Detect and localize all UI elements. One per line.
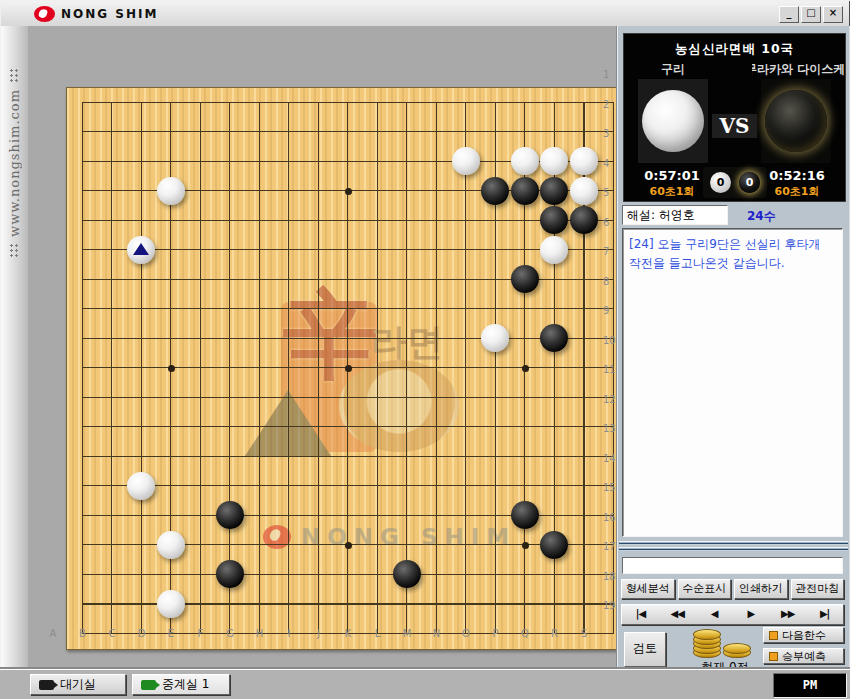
column-label: C xyxy=(100,628,124,639)
black-stone-R5 xyxy=(570,206,598,234)
side-button-2[interactable]: 승부예측 xyxy=(763,648,844,664)
column-label: I xyxy=(277,628,301,639)
board-grid[interactable] xyxy=(82,102,614,634)
white-stone-C14 xyxy=(127,472,155,500)
orange-bullet-icon xyxy=(769,631,778,640)
board-area: 辛 라면 NONG SHIM ABCDEFGHIJKLMNOPQRS 12345… xyxy=(28,26,616,669)
nav-button-6[interactable]: ▶| xyxy=(806,605,843,624)
star-point xyxy=(345,188,352,195)
black-stone-photo xyxy=(761,79,831,163)
white-counter-stone: 0 xyxy=(710,172,731,193)
column-label: Q xyxy=(513,628,537,639)
black-stone-F17 xyxy=(216,560,244,588)
room-tab-2[interactable]: 중계실 1 xyxy=(132,674,230,695)
column-label: G xyxy=(218,628,242,639)
status-bar: 대기실중계실 1 PM 3:15:09 xyxy=(0,669,850,699)
right-panel: 농심신라면배 10국 구리 무라카와 다이스케 VS 0:57:01 0:52:… xyxy=(616,26,850,669)
black-stone-P7 xyxy=(511,265,539,293)
column-label: N xyxy=(425,628,449,639)
scoreboard: 농심신라면배 10국 구리 무라카와 다이스케 VS 0:57:01 0:52:… xyxy=(623,33,846,202)
title-bar: NONG SHIM _ □ × xyxy=(1,1,849,27)
column-label: P xyxy=(484,628,508,639)
capture-counter-strip: 0 0 xyxy=(703,167,767,198)
white-player-name: 구리 xyxy=(638,61,708,78)
column-label: S xyxy=(572,628,596,639)
column-label: F xyxy=(189,628,213,639)
nav-button-3[interactable]: ◀ xyxy=(696,605,733,624)
grip-icon xyxy=(9,68,20,83)
column-label: D xyxy=(130,628,154,639)
black-player-name: 무라카와 다이스케 xyxy=(752,61,844,78)
nav-button-1[interactable]: |◀ xyxy=(622,605,659,624)
action-button-1[interactable]: 형세분석 xyxy=(621,579,675,599)
review-button[interactable]: 검토 xyxy=(624,632,666,667)
grip-icon xyxy=(9,243,20,258)
nav-button-4[interactable]: ▶ xyxy=(732,605,769,624)
white-stone-C6 xyxy=(127,236,155,264)
white-stone-D18 xyxy=(157,590,185,618)
black-stone-Q5 xyxy=(540,206,568,234)
black-stone-Q9 xyxy=(540,324,568,352)
column-label: L xyxy=(366,628,390,639)
last-move-marker-icon xyxy=(133,243,149,255)
divider xyxy=(619,541,848,545)
black-sphere-icon xyxy=(765,90,827,152)
sidebar-url-text: www.nongshim.com xyxy=(7,89,22,237)
camera-icon xyxy=(39,680,54,690)
white-stone-D4 xyxy=(157,177,185,205)
column-label: J xyxy=(307,628,331,639)
maximize-button[interactable]: □ xyxy=(801,6,821,23)
coin-icon xyxy=(723,643,751,654)
divider xyxy=(619,547,848,551)
coins-icon xyxy=(693,627,757,657)
event-title: 농심신라면배 10국 xyxy=(624,41,845,58)
close-button[interactable]: × xyxy=(823,6,843,23)
commentary-textarea[interactable]: [24] 오늘 구리9단은 선실리 후타개 작전을 들고나온것 같습니다. xyxy=(622,228,843,537)
white-stone-N3 xyxy=(452,147,480,175)
orange-bullet-icon xyxy=(769,652,778,661)
black-stone-O4 xyxy=(481,177,509,205)
minimize-button[interactable]: _ xyxy=(779,6,799,23)
nav-button-2[interactable]: ◀◀ xyxy=(659,605,696,624)
nongshim-logo-icon xyxy=(34,6,55,22)
column-label: B xyxy=(71,628,95,639)
column-label: E xyxy=(159,628,183,639)
commentator-field[interactable]: 해설: 허영호 xyxy=(622,205,728,225)
action-button-2[interactable]: 수순표시 xyxy=(678,579,732,599)
white-stone-Q6 xyxy=(540,236,568,264)
left-sidebar: www.nongshim.com xyxy=(1,26,29,669)
chat-input[interactable] xyxy=(622,557,843,574)
go-broadcast-window: { "game": "go", "window": { "title": "NO… xyxy=(0,0,850,699)
black-stone-L17 xyxy=(393,560,421,588)
clock-display: PM 3:15:09 xyxy=(773,673,847,698)
star-point xyxy=(168,365,175,372)
column-label: K xyxy=(336,628,360,639)
column-label: R xyxy=(543,628,567,639)
coin-icon xyxy=(693,629,721,640)
black-counter-stone: 0 xyxy=(739,172,760,193)
white-stone-D16 xyxy=(157,531,185,559)
white-stone-O9 xyxy=(481,324,509,352)
black-stone-Q4 xyxy=(540,177,568,205)
side-button-1[interactable]: 다음한수 xyxy=(763,627,844,643)
action-button-4[interactable]: 관전마침 xyxy=(791,579,845,599)
move-navigation-bar: |◀◀◀◀▶▶▶▶| xyxy=(621,604,844,625)
star-point xyxy=(345,542,352,549)
black-stone-Q16 xyxy=(540,531,568,559)
black-stone-P15 xyxy=(511,501,539,529)
black-stone-P4 xyxy=(511,177,539,205)
white-stone-Q3 xyxy=(540,147,568,175)
white-stone-P3 xyxy=(511,147,539,175)
action-button-3[interactable]: 인쇄하기 xyxy=(734,579,788,599)
go-board[interactable]: 辛 라면 NONG SHIM xyxy=(66,87,630,650)
column-label: O xyxy=(454,628,478,639)
move-count-label: 24수 xyxy=(747,208,776,225)
column-label: A xyxy=(41,628,65,639)
column-label: H xyxy=(248,628,272,639)
nav-button-5[interactable]: ▶▶ xyxy=(769,605,806,624)
white-stone-R4 xyxy=(570,177,598,205)
app-title: NONG SHIM xyxy=(61,7,158,21)
white-sphere-icon xyxy=(642,90,704,152)
vs-label: VS xyxy=(712,114,757,138)
black-stone-F15 xyxy=(216,501,244,529)
white-stone-photo xyxy=(638,79,708,163)
star-point xyxy=(522,365,529,372)
room-tab-1[interactable]: 대기실 xyxy=(30,674,126,695)
star-point xyxy=(522,542,529,549)
white-stone-R3 xyxy=(570,147,598,175)
star-point xyxy=(345,365,352,372)
camera-icon xyxy=(141,680,156,690)
column-label: M xyxy=(395,628,419,639)
